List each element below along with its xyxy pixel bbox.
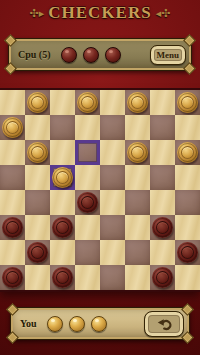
menu-button-label: Menu: [157, 50, 180, 60]
board-square[interactable]: [75, 240, 100, 265]
checker-piece-red[interactable]: [52, 267, 73, 288]
board-square[interactable]: [125, 90, 150, 115]
title-ornament-left-icon: ✣▸: [30, 7, 45, 20]
board-square[interactable]: [25, 140, 50, 165]
checker-piece-gold[interactable]: [127, 142, 148, 163]
board-square[interactable]: [0, 165, 25, 190]
board-square: [150, 190, 175, 215]
menu-button[interactable]: Menu: [150, 45, 187, 65]
board-square: [50, 190, 75, 215]
board-square: [50, 90, 75, 115]
board-square: [150, 240, 175, 265]
board-square[interactable]: [175, 140, 200, 165]
board-square[interactable]: [50, 165, 75, 190]
page-title: ✣▸ CHECKERS ◂✣: [0, 3, 200, 23]
board-square: [25, 265, 50, 290]
board-square: [100, 190, 125, 215]
board-square: [25, 215, 50, 240]
board-square: [100, 140, 125, 165]
captured-piece-red: [83, 47, 99, 63]
board-square[interactable]: [50, 215, 75, 240]
board-square[interactable]: [125, 240, 150, 265]
checker-piece-red[interactable]: [27, 242, 48, 263]
corner-flourish: [4, 34, 17, 47]
checkers-app: ✣▸ CHECKERS ◂✣ Cpu (5) Menu You: [0, 0, 200, 355]
checker-piece-gold[interactable]: [27, 142, 48, 163]
corner-flourish: [181, 303, 194, 316]
corner-flourish: [181, 331, 194, 344]
board-square: [75, 265, 100, 290]
board-square[interactable]: [150, 165, 175, 190]
board-square: [100, 240, 125, 265]
you-captured-pieces: [47, 316, 107, 332]
captured-piece-gold: [91, 316, 107, 332]
board-square[interactable]: [100, 265, 125, 290]
board-square[interactable]: [0, 115, 25, 140]
board-square: [125, 165, 150, 190]
checker-piece-red[interactable]: [77, 192, 98, 213]
checkers-board: [0, 90, 200, 290]
board-square[interactable]: [75, 90, 100, 115]
board-square[interactable]: [175, 240, 200, 265]
board-square: [125, 215, 150, 240]
board-square[interactable]: [150, 115, 175, 140]
board-square: [0, 240, 25, 265]
cpu-label: Cpu (5): [18, 49, 51, 60]
board-square[interactable]: [75, 190, 100, 215]
board-square: [150, 140, 175, 165]
checker-piece-gold[interactable]: [177, 92, 198, 113]
board-square[interactable]: [25, 90, 50, 115]
title-text: CHECKERS: [48, 3, 151, 23]
board-square[interactable]: [100, 215, 125, 240]
you-player-bar: You: [10, 307, 190, 340]
board-square[interactable]: [100, 165, 125, 190]
captured-piece-gold: [69, 316, 85, 332]
corner-flourish: [183, 62, 196, 75]
board-square: [50, 240, 75, 265]
board-square: [175, 115, 200, 140]
board-square[interactable]: [175, 190, 200, 215]
captured-piece-red: [61, 47, 77, 63]
board-square[interactable]: [125, 140, 150, 165]
checker-piece-gold[interactable]: [2, 117, 23, 138]
cpu-captured-pieces: [61, 47, 121, 63]
board-square[interactable]: [175, 90, 200, 115]
board-square[interactable]: [25, 190, 50, 215]
board-square: [75, 165, 100, 190]
undo-arrow-icon: [154, 315, 175, 333]
checker-piece-red[interactable]: [177, 242, 198, 263]
board-square: [50, 140, 75, 165]
board-square: [75, 115, 100, 140]
board-square[interactable]: [50, 115, 75, 140]
corner-flourish: [183, 34, 196, 47]
corner-flourish: [6, 303, 19, 316]
board-square: [0, 140, 25, 165]
board-square[interactable]: [50, 265, 75, 290]
checker-piece-red[interactable]: [52, 217, 73, 238]
you-label: You: [20, 318, 37, 329]
checker-piece-red[interactable]: [2, 267, 23, 288]
title-ornament-right-icon: ◂✣: [156, 7, 171, 20]
board-square: [175, 165, 200, 190]
checker-piece-gold[interactable]: [27, 92, 48, 113]
checker-piece-gold[interactable]: [177, 142, 198, 163]
board-square: [100, 90, 125, 115]
board-square: [125, 115, 150, 140]
checker-piece-red[interactable]: [2, 217, 23, 238]
board-square[interactable]: [150, 265, 175, 290]
checker-piece-red[interactable]: [152, 217, 173, 238]
checker-piece-gold[interactable]: [52, 167, 73, 188]
cpu-player-bar: Cpu (5) Menu: [8, 38, 192, 71]
board-square[interactable]: [150, 215, 175, 240]
board-square[interactable]: [0, 265, 25, 290]
board-square[interactable]: [75, 140, 100, 165]
corner-flourish: [6, 331, 19, 344]
board-square: [175, 265, 200, 290]
checker-piece-gold[interactable]: [127, 92, 148, 113]
board-square: [175, 215, 200, 240]
board-square: [25, 115, 50, 140]
board-square[interactable]: [100, 115, 125, 140]
board-square: [150, 90, 175, 115]
board-square: [75, 215, 100, 240]
board-square: [125, 265, 150, 290]
undo-button[interactable]: [144, 311, 184, 337]
corner-flourish: [4, 62, 17, 75]
board-square[interactable]: [25, 240, 50, 265]
checker-piece-gold[interactable]: [77, 92, 98, 113]
captured-piece-gold: [47, 316, 63, 332]
board-square[interactable]: [0, 215, 25, 240]
captured-piece-red: [105, 47, 121, 63]
board-square: [0, 90, 25, 115]
checker-piece-red[interactable]: [152, 267, 173, 288]
board-square: [25, 165, 50, 190]
board-square: [0, 190, 25, 215]
board-square[interactable]: [125, 190, 150, 215]
